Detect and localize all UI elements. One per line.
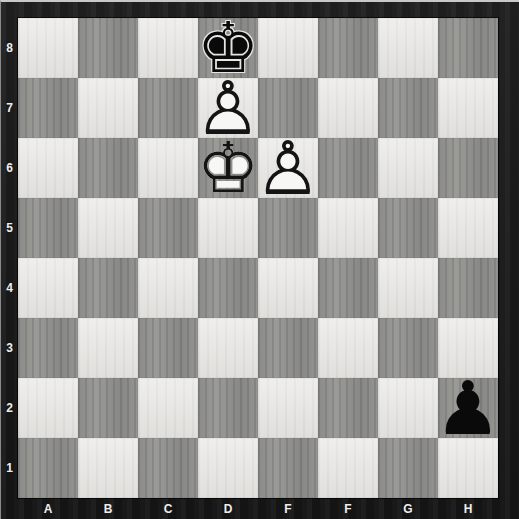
square-g1[interactable] <box>378 438 438 498</box>
rank-label-3: 3 <box>1 318 18 378</box>
square-g3[interactable] <box>378 318 438 378</box>
square-e4[interactable] <box>258 258 318 318</box>
square-a3[interactable] <box>18 318 78 378</box>
rank-label-8: 8 <box>1 18 18 78</box>
file-label-g: G <box>378 498 438 519</box>
square-b8[interactable] <box>78 18 138 78</box>
square-d2[interactable] <box>198 378 258 438</box>
square-e8[interactable] <box>258 18 318 78</box>
rank-label-2: 2 <box>1 378 18 438</box>
white-king-outline: ♔ <box>198 138 258 198</box>
square-d6[interactable]: ♚♔ <box>198 138 258 198</box>
square-c2[interactable] <box>138 378 198 438</box>
square-g8[interactable] <box>378 18 438 78</box>
square-c6[interactable] <box>138 138 198 198</box>
square-b4[interactable] <box>78 258 138 318</box>
square-c4[interactable] <box>138 258 198 318</box>
file-label-d: D <box>198 498 258 519</box>
square-g6[interactable] <box>378 138 438 198</box>
square-b1[interactable] <box>78 438 138 498</box>
square-h7[interactable] <box>438 78 498 138</box>
square-d1[interactable] <box>198 438 258 498</box>
rank-label-5: 5 <box>1 198 18 258</box>
square-h4[interactable] <box>438 258 498 318</box>
square-a4[interactable] <box>18 258 78 318</box>
rank-labels: 87654321 <box>1 18 18 498</box>
square-f5[interactable] <box>318 198 378 258</box>
square-h8[interactable] <box>438 18 498 78</box>
square-g5[interactable] <box>378 198 438 258</box>
square-g4[interactable] <box>378 258 438 318</box>
file-label-e: F <box>258 498 318 519</box>
square-f8[interactable] <box>318 18 378 78</box>
rank-label-7: 7 <box>1 78 18 138</box>
square-e2[interactable] <box>258 378 318 438</box>
square-b6[interactable] <box>78 138 138 198</box>
rank-label-4: 4 <box>1 258 18 318</box>
square-f6[interactable] <box>318 138 378 198</box>
square-c8[interactable] <box>138 18 198 78</box>
square-f4[interactable] <box>318 258 378 318</box>
square-f2[interactable] <box>318 378 378 438</box>
white-pawn[interactable]: ♟♙ <box>258 138 318 198</box>
chess-diagram: ♚♟♙♚♔♟♙♟ 87654321 ABCDFFGH <box>0 0 519 519</box>
square-b2[interactable] <box>78 378 138 438</box>
file-label-b: B <box>78 498 138 519</box>
square-e6[interactable]: ♟♙ <box>258 138 318 198</box>
square-d4[interactable] <box>198 258 258 318</box>
file-labels: ABCDFFGH <box>18 498 498 519</box>
rank-label-6: 6 <box>1 138 18 198</box>
file-label-h: H <box>438 498 498 519</box>
file-label-c: C <box>138 498 198 519</box>
square-d5[interactable] <box>198 198 258 258</box>
square-a7[interactable] <box>18 78 78 138</box>
file-label-f: F <box>318 498 378 519</box>
square-a8[interactable] <box>18 18 78 78</box>
square-h6[interactable] <box>438 138 498 198</box>
square-e3[interactable] <box>258 318 318 378</box>
square-a6[interactable] <box>18 138 78 198</box>
square-e5[interactable] <box>258 198 318 258</box>
black-pawn-body: ♟ <box>438 378 498 438</box>
square-g7[interactable] <box>378 78 438 138</box>
black-pawn[interactable]: ♟ <box>438 378 498 438</box>
rank-label-1: 1 <box>1 438 18 498</box>
square-f1[interactable] <box>318 438 378 498</box>
square-f3[interactable] <box>318 318 378 378</box>
square-b7[interactable] <box>78 78 138 138</box>
square-a5[interactable] <box>18 198 78 258</box>
file-label-a: A <box>18 498 78 519</box>
square-c1[interactable] <box>138 438 198 498</box>
chessboard: ♚♟♙♚♔♟♙♟ <box>18 18 498 498</box>
square-c7[interactable] <box>138 78 198 138</box>
square-e1[interactable] <box>258 438 318 498</box>
square-b3[interactable] <box>78 318 138 378</box>
white-king[interactable]: ♚♔ <box>198 138 258 198</box>
square-h2[interactable]: ♟ <box>438 378 498 438</box>
white-pawn-outline: ♙ <box>258 138 318 198</box>
square-c5[interactable] <box>138 198 198 258</box>
square-a2[interactable] <box>18 378 78 438</box>
square-h5[interactable] <box>438 198 498 258</box>
square-a1[interactable] <box>18 438 78 498</box>
square-h1[interactable] <box>438 438 498 498</box>
square-f7[interactable] <box>318 78 378 138</box>
square-c3[interactable] <box>138 318 198 378</box>
square-b5[interactable] <box>78 198 138 258</box>
square-d3[interactable] <box>198 318 258 378</box>
square-g2[interactable] <box>378 378 438 438</box>
